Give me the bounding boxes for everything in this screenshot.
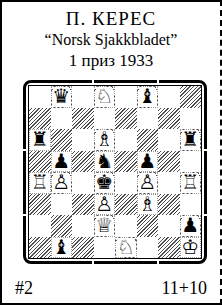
square-a1 [29, 237, 51, 259]
square-g5 [158, 151, 180, 173]
diagram-caption: #2 11+10 [2, 277, 220, 299]
composer-name: П. КЕРЕС [2, 8, 220, 30]
piece-white-pawn-b4: ♙ [52, 173, 72, 193]
square-d4: ♚ [94, 172, 116, 194]
square-b8: ♛ [51, 86, 73, 108]
square-h7 [180, 108, 202, 130]
piece-black-rook-h6: ♜ [181, 130, 201, 150]
square-a3 [29, 194, 51, 216]
square-g6 [158, 129, 180, 151]
square-c7 [72, 108, 94, 130]
square-f2 [137, 215, 159, 237]
square-b2 [51, 215, 73, 237]
square-d1 [94, 237, 116, 259]
square-d6: ♗ [94, 129, 116, 151]
square-d7 [94, 108, 116, 130]
frame-seam-mark [202, 214, 207, 216]
square-c2 [72, 215, 94, 237]
square-g2 [158, 215, 180, 237]
piece-black-pawn-h2: ♟ [181, 216, 201, 236]
piece-black-pawn-b5: ♟ [52, 152, 72, 172]
square-d2: ♕ [94, 215, 116, 237]
piece-white-queen-d2: ♕ [95, 216, 115, 236]
material-count: 11+10 [162, 277, 207, 299]
square-c1 [72, 237, 94, 259]
square-e4 [115, 172, 137, 194]
square-f8: ♝ [137, 86, 159, 108]
frame-seam-mark [202, 149, 207, 151]
piece-white-rook-a4: ♖ [30, 173, 50, 193]
square-a2 [29, 215, 51, 237]
piece-white-rook-h4: ♖ [181, 173, 201, 193]
square-h5 [180, 151, 202, 173]
square-g4 [158, 172, 180, 194]
frame-seam-mark [92, 259, 94, 264]
piece-white-bishop-d6: ♗ [95, 130, 115, 150]
square-c4 [72, 172, 94, 194]
square-f5: ♟ [137, 151, 159, 173]
square-a6: ♜ [29, 129, 51, 151]
square-d3: ♙ [94, 194, 116, 216]
square-e2 [115, 215, 137, 237]
square-h3 [180, 194, 202, 216]
square-c8 [72, 86, 94, 108]
chess-board-frame: ♛♘♝♜♗♜♟♞♟♖♙♚♙♖♙♗♕♟♝♘♔ [23, 80, 207, 264]
piece-black-pawn-f5: ♟ [138, 152, 158, 172]
square-c6 [72, 129, 94, 151]
square-f1 [137, 237, 159, 259]
square-a5 [29, 151, 51, 173]
square-b7 [51, 108, 73, 130]
square-e1: ♘ [115, 237, 137, 259]
piece-black-queen-b8: ♛ [52, 87, 72, 107]
square-b5: ♟ [51, 151, 73, 173]
piece-black-bishop-f8: ♝ [138, 87, 158, 107]
piece-black-rook-a6: ♜ [30, 130, 50, 150]
square-e6 [115, 129, 137, 151]
frame-seam-mark [23, 214, 28, 216]
square-c3 [72, 194, 94, 216]
source-title: “Norsk Sjakkbladet” [2, 30, 220, 50]
square-b4: ♙ [51, 172, 73, 194]
chess-board: ♛♘♝♜♗♜♟♞♟♖♙♚♙♖♙♗♕♟♝♘♔ [28, 85, 202, 259]
square-h6: ♜ [180, 129, 202, 151]
diagram-header: П. КЕРЕС “Norsk Sjakkbladet” 1 приз 1933 [2, 2, 220, 71]
square-h1: ♔ [180, 237, 202, 259]
square-a4: ♖ [29, 172, 51, 194]
piece-black-knight-d5: ♞ [95, 152, 115, 172]
piece-white-pawn-f4: ♙ [138, 173, 158, 193]
square-a8 [29, 86, 51, 108]
square-e8 [115, 86, 137, 108]
square-e5 [115, 151, 137, 173]
square-h4: ♖ [180, 172, 202, 194]
piece-white-bishop-f3: ♗ [138, 195, 158, 215]
square-f7 [137, 108, 159, 130]
square-h2: ♟ [180, 215, 202, 237]
square-g1 [158, 237, 180, 259]
piece-black-king-d4: ♚ [95, 173, 115, 193]
square-c5 [72, 151, 94, 173]
piece-black-bishop-b1: ♝ [52, 238, 72, 258]
square-d5: ♞ [94, 151, 116, 173]
award-line: 1 приз 1933 [2, 50, 220, 71]
square-b6 [51, 129, 73, 151]
square-g3 [158, 194, 180, 216]
piece-white-pawn-d3: ♙ [95, 195, 115, 215]
piece-white-knight-e1: ♘ [116, 238, 136, 258]
square-b3 [51, 194, 73, 216]
frame-seam-mark [157, 259, 159, 264]
square-f3: ♗ [137, 194, 159, 216]
frame-seam-mark [92, 80, 94, 85]
square-d8: ♘ [94, 86, 116, 108]
square-b1: ♝ [51, 237, 73, 259]
piece-white-knight-d8: ♘ [95, 87, 115, 107]
square-g8 [158, 86, 180, 108]
square-e7 [115, 108, 137, 130]
square-a7 [29, 108, 51, 130]
stipulation: #2 [15, 277, 33, 299]
square-g7 [158, 108, 180, 130]
square-f6 [137, 129, 159, 151]
piece-white-king-h1: ♔ [181, 238, 201, 258]
frame-seam-mark [157, 80, 159, 85]
square-h8 [180, 86, 202, 108]
frame-seam-mark [23, 149, 28, 151]
square-e3 [115, 194, 137, 216]
square-f4: ♙ [137, 172, 159, 194]
